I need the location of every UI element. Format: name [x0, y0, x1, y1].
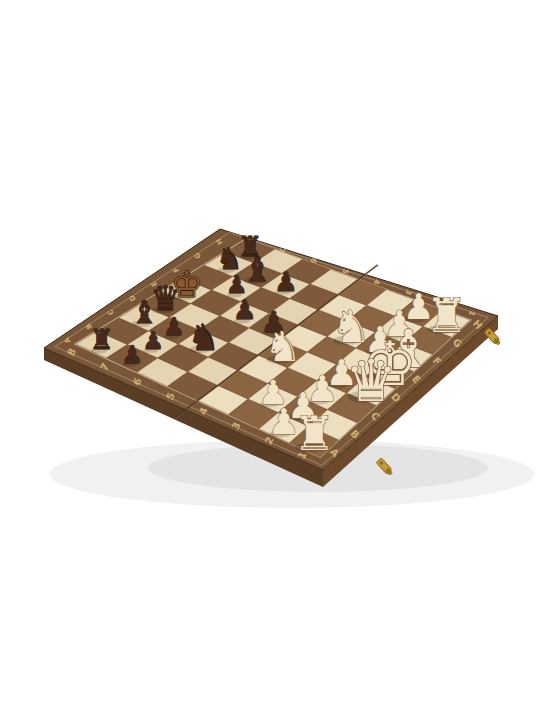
- black-pawn-e6: ♟: [233, 294, 257, 325]
- black-pawn-c7: ♟: [163, 312, 185, 341]
- svg-text:♟: ♟: [274, 266, 298, 297]
- chessboard-photo: 8877665544332211AABBCCDDEEFFGGHH♜♞♝♟♟♚♛♟…: [0, 0, 540, 720]
- svg-text:♟: ♟: [163, 312, 185, 341]
- svg-text:♜: ♜: [89, 323, 114, 356]
- product-photo: 8877665544332211AABBCCDDEEFFGGHH♜♞♝♟♟♚♛♟…: [0, 0, 540, 720]
- svg-text:♟: ♟: [233, 294, 257, 325]
- svg-text:♞: ♞: [264, 322, 301, 371]
- black-pawn-b7: ♟: [142, 326, 164, 355]
- white-knight-d4: ♞: [264, 322, 301, 371]
- svg-text:♜: ♜: [293, 406, 335, 461]
- black-rook-a8: ♜: [89, 323, 114, 356]
- black-pawn-a7: ♟: [121, 340, 143, 369]
- white-rook-a1: ♜: [293, 406, 335, 461]
- black-knight-c6: ♞: [188, 317, 220, 358]
- svg-text:♛: ♛: [345, 347, 397, 415]
- white-queen-d1: ♛: [345, 347, 397, 415]
- svg-text:♟: ♟: [142, 326, 164, 355]
- svg-text:♞: ♞: [188, 317, 220, 358]
- black-pawn-g6: ♟: [274, 266, 298, 297]
- svg-text:♟: ♟: [121, 340, 143, 369]
